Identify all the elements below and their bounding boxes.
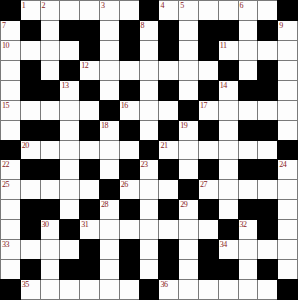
- cell-r8c10[interactable]: [179, 141, 198, 160]
- cell-r11c6[interactable]: 28: [100, 200, 119, 219]
- cell-r5c12[interactable]: 14: [219, 81, 238, 100]
- cell-r3c3[interactable]: [41, 41, 60, 60]
- block-cell-r5c5: [80, 81, 99, 100]
- block-cell-r10c10: [179, 180, 198, 199]
- block-cell-r15c1: [1, 280, 20, 299]
- block-cell-r4c2: [21, 61, 40, 80]
- block-cell-r15c15: [278, 280, 297, 299]
- block-cell-r13c7: [120, 240, 139, 259]
- cell-r6c5[interactable]: [80, 101, 99, 120]
- clue-number-9: 9: [279, 21, 283, 30]
- cell-r4c1[interactable]: [1, 61, 20, 80]
- cell-r6c2[interactable]: [21, 101, 40, 120]
- cell-r15c5[interactable]: [80, 280, 99, 299]
- clue-number-14: 14: [220, 81, 227, 90]
- block-cell-r7c2: [21, 121, 40, 140]
- cell-r9c15[interactable]: 24: [278, 160, 297, 179]
- cell-r5c1[interactable]: [1, 81, 20, 100]
- clue-number-35: 35: [22, 280, 29, 289]
- block-cell-r8c1: [1, 141, 20, 160]
- cell-r3c1[interactable]: 10: [1, 41, 20, 60]
- block-cell-r10c6: [100, 180, 119, 199]
- block-cell-r5c2: [21, 81, 40, 100]
- cell-r1c13[interactable]: 6: [239, 1, 258, 20]
- cell-r10c14[interactable]: [258, 180, 277, 199]
- cell-r9c8[interactable]: 23: [140, 160, 159, 179]
- clue-number-31: 31: [81, 220, 88, 229]
- clue-number-6: 6: [240, 1, 244, 10]
- block-cell-r2c12: [219, 21, 238, 40]
- block-cell-r2c4: [60, 21, 79, 40]
- block-cell-r4c14: [258, 61, 277, 80]
- cell-r1c14[interactable]: [258, 1, 277, 20]
- block-cell-r12c4: [60, 220, 79, 239]
- cell-r13c2[interactable]: [21, 240, 40, 259]
- block-cell-r6c6: [100, 101, 119, 120]
- cell-r11c1[interactable]: [1, 200, 20, 219]
- cell-r2c13[interactable]: [239, 21, 258, 40]
- block-cell-r1c15: [278, 1, 297, 20]
- block-cell-r9c3: [41, 160, 60, 179]
- cell-r8c14[interactable]: [258, 141, 277, 160]
- cell-r9c6[interactable]: [100, 160, 119, 179]
- cell-r15c9[interactable]: 36: [159, 280, 178, 299]
- block-cell-r11c11: [199, 200, 218, 219]
- block-cell-r14c11: [199, 260, 218, 279]
- cell-r1c6[interactable]: 3: [100, 1, 119, 20]
- block-cell-r3c11: [199, 41, 218, 60]
- cell-r10c13[interactable]: [239, 180, 258, 199]
- block-cell-r7c14: [258, 121, 277, 140]
- block-cell-r14c5: [80, 260, 99, 279]
- clue-number-16: 16: [121, 101, 128, 110]
- clue-number-24: 24: [279, 160, 286, 169]
- block-cell-r13c9: [159, 240, 178, 259]
- block-cell-r2c11: [199, 21, 218, 40]
- cell-r4c9[interactable]: [159, 61, 178, 80]
- cell-r3c13[interactable]: [239, 41, 258, 60]
- cell-r6c13[interactable]: [239, 101, 258, 120]
- cell-r13c3[interactable]: [41, 240, 60, 259]
- cell-r7c1[interactable]: [1, 121, 20, 140]
- cell-r6c8[interactable]: [140, 101, 159, 120]
- cell-r8c11[interactable]: [199, 141, 218, 160]
- cell-r7c15[interactable]: [278, 121, 297, 140]
- clue-number-27: 27: [200, 180, 207, 189]
- cell-r4c15[interactable]: [278, 61, 297, 80]
- cell-r1c5[interactable]: [80, 1, 99, 20]
- cell-r6c15[interactable]: [278, 101, 297, 120]
- cell-r15c2[interactable]: 35: [21, 280, 40, 299]
- block-cell-r11c13: [239, 200, 258, 219]
- block-cell-r4c12: [219, 61, 238, 80]
- block-cell-r7c13: [239, 121, 258, 140]
- clue-number-28: 28: [101, 200, 108, 209]
- clue-number-8: 8: [141, 21, 145, 30]
- cell-r13c14[interactable]: [258, 240, 277, 259]
- block-cell-r2c5: [80, 21, 99, 40]
- cell-r5c8[interactable]: [140, 81, 159, 100]
- clue-number-33: 33: [2, 240, 9, 249]
- clue-number-23: 23: [141, 160, 148, 169]
- cell-r2c3[interactable]: [41, 21, 60, 40]
- cell-r7c4[interactable]: [60, 121, 79, 140]
- block-cell-r3c9: [159, 41, 178, 60]
- cell-r14c15[interactable]: [278, 260, 297, 279]
- cell-r2c1[interactable]: 7: [1, 21, 20, 40]
- cell-r10c5[interactable]: [80, 180, 99, 199]
- cell-r11c10[interactable]: 29: [179, 200, 198, 219]
- clue-number-7: 7: [2, 21, 6, 30]
- block-cell-r15c8: [140, 280, 159, 299]
- crossword-grid: 1234567891011121314151617181920212223242…: [0, 0, 298, 300]
- cell-r3c14[interactable]: [258, 41, 277, 60]
- block-cell-r11c2: [21, 200, 40, 219]
- cell-r2c10[interactable]: [179, 21, 198, 40]
- cell-r10c11[interactable]: 27: [199, 180, 218, 199]
- clue-number-4: 4: [160, 1, 164, 10]
- block-cell-r14c14: [258, 260, 277, 279]
- block-cell-r6c10: [179, 101, 198, 120]
- cell-r3c15[interactable]: [278, 41, 297, 60]
- block-cell-r1c1: [1, 1, 20, 20]
- cell-r6c4[interactable]: [60, 101, 79, 120]
- cell-r11c15[interactable]: [278, 200, 297, 219]
- block-cell-r7c5: [80, 121, 99, 140]
- cell-r1c7[interactable]: [120, 1, 139, 20]
- block-cell-r7c9: [159, 121, 178, 140]
- cell-r14c10[interactable]: [179, 260, 198, 279]
- block-cell-r12c12: [219, 220, 238, 239]
- cell-r4c6[interactable]: [100, 61, 119, 80]
- block-cell-r11c9: [159, 200, 178, 219]
- block-cell-r1c8: [140, 1, 159, 20]
- cell-r12c1[interactable]: [1, 220, 20, 239]
- cell-r10c4[interactable]: [60, 180, 79, 199]
- cell-r12c3[interactable]: 30: [41, 220, 60, 239]
- cell-r3c6[interactable]: [100, 41, 119, 60]
- cell-r8c5[interactable]: [80, 141, 99, 160]
- cell-r10c15[interactable]: [278, 180, 297, 199]
- cell-r13c10[interactable]: [179, 240, 198, 259]
- cell-r1c4[interactable]: [60, 1, 79, 20]
- cell-r1c2[interactable]: 1: [21, 1, 40, 20]
- block-cell-r7c3: [41, 121, 60, 140]
- cell-r8c9[interactable]: 21: [159, 141, 178, 160]
- clue-number-36: 36: [160, 280, 167, 289]
- cell-r14c13[interactable]: [239, 260, 258, 279]
- cell-r3c2[interactable]: [21, 41, 40, 60]
- clue-number-18: 18: [101, 121, 108, 130]
- cell-r3c10[interactable]: [179, 41, 198, 60]
- cell-r8c2[interactable]: 20: [21, 141, 40, 160]
- cell-r12c9[interactable]: [159, 220, 178, 239]
- cell-r12c11[interactable]: [199, 220, 218, 239]
- cell-r13c15[interactable]: [278, 240, 297, 259]
- clue-number-12: 12: [81, 61, 88, 70]
- cell-r2c15[interactable]: 9: [278, 21, 297, 40]
- cell-r3c12[interactable]: 11: [219, 41, 238, 60]
- cell-r6c11[interactable]: 17: [199, 101, 218, 120]
- block-cell-r14c9: [159, 260, 178, 279]
- block-cell-r9c14: [258, 160, 277, 179]
- block-cell-r5c3: [41, 81, 60, 100]
- cell-r10c12[interactable]: [219, 180, 238, 199]
- cell-r4c13[interactable]: [239, 61, 258, 80]
- block-cell-r11c5: [80, 200, 99, 219]
- clue-number-26: 26: [121, 180, 128, 189]
- cell-r15c3[interactable]: [41, 280, 60, 299]
- cell-r15c6[interactable]: [100, 280, 119, 299]
- cell-r11c8[interactable]: [140, 200, 159, 219]
- cell-r1c3[interactable]: 2: [41, 1, 60, 20]
- cell-r14c1[interactable]: [1, 260, 20, 279]
- cell-r8c12[interactable]: [219, 141, 238, 160]
- cell-r8c13[interactable]: [239, 141, 258, 160]
- cell-r14c3[interactable]: [41, 260, 60, 279]
- cell-r13c4[interactable]: [60, 240, 79, 259]
- block-cell-r5c9: [159, 81, 178, 100]
- clue-number-1: 1: [22, 1, 26, 10]
- cell-r12c5[interactable]: 31: [80, 220, 99, 239]
- cell-r11c12[interactable]: [219, 200, 238, 219]
- cell-r1c9[interactable]: 4: [159, 1, 178, 20]
- clue-number-15: 15: [2, 101, 9, 110]
- block-cell-r9c13: [239, 160, 258, 179]
- cell-r9c1[interactable]: 22: [1, 160, 20, 179]
- cell-r9c10[interactable]: [179, 160, 198, 179]
- block-cell-r11c7: [120, 200, 139, 219]
- block-cell-r13c11: [199, 240, 218, 259]
- block-cell-r5c13: [239, 81, 258, 100]
- cell-r4c5[interactable]: 12: [80, 61, 99, 80]
- clue-number-17: 17: [200, 101, 207, 110]
- block-cell-r9c9: [159, 160, 178, 179]
- clue-number-34: 34: [220, 240, 227, 249]
- cell-r8c6[interactable]: [100, 141, 119, 160]
- cell-r13c1[interactable]: 33: [1, 240, 20, 259]
- cell-r3c4[interactable]: [60, 41, 79, 60]
- clue-number-29: 29: [180, 200, 187, 209]
- cell-r4c10[interactable]: [179, 61, 198, 80]
- cell-r8c3[interactable]: [41, 141, 60, 160]
- cell-r12c10[interactable]: [179, 220, 198, 239]
- cell-r7c8[interactable]: [140, 121, 159, 140]
- cell-r4c3[interactable]: [41, 61, 60, 80]
- cell-r5c6[interactable]: [100, 81, 119, 100]
- cell-r6c7[interactable]: 16: [120, 101, 139, 120]
- block-cell-r9c5: [80, 160, 99, 179]
- cell-r13c12[interactable]: 34: [219, 240, 238, 259]
- cell-r6c9[interactable]: [159, 101, 178, 120]
- cell-r1c11[interactable]: [199, 1, 218, 20]
- cell-r14c8[interactable]: [140, 260, 159, 279]
- block-cell-r8c15: [278, 141, 297, 160]
- cell-r5c4[interactable]: 13: [60, 81, 79, 100]
- block-cell-r5c14: [258, 81, 277, 100]
- cell-r10c2[interactable]: [21, 180, 40, 199]
- clue-number-19: 19: [180, 121, 187, 130]
- cell-r2c8[interactable]: 8: [140, 21, 159, 40]
- cell-r10c3[interactable]: [41, 180, 60, 199]
- cell-r6c1[interactable]: 15: [1, 101, 20, 120]
- cell-r15c13[interactable]: [239, 280, 258, 299]
- cell-r12c8[interactable]: [140, 220, 159, 239]
- clue-number-3: 3: [101, 1, 105, 10]
- clue-number-25: 25: [2, 180, 9, 189]
- cell-r4c11[interactable]: [199, 61, 218, 80]
- cell-r8c4[interactable]: [60, 141, 79, 160]
- block-cell-r14c4: [60, 260, 79, 279]
- cell-r12c13[interactable]: 32: [239, 220, 258, 239]
- clue-number-5: 5: [180, 1, 184, 10]
- clue-number-30: 30: [42, 220, 49, 229]
- cell-r1c10[interactable]: 5: [179, 1, 198, 20]
- cell-r13c6[interactable]: [100, 240, 119, 259]
- cell-r5c15[interactable]: [278, 81, 297, 100]
- cell-r15c12[interactable]: [219, 280, 238, 299]
- cell-r15c11[interactable]: [199, 280, 218, 299]
- block-cell-r14c12: [219, 260, 238, 279]
- cell-r7c6[interactable]: 18: [100, 121, 119, 140]
- block-cell-r7c11: [199, 121, 218, 140]
- block-cell-r2c7: [120, 21, 139, 40]
- cell-r12c6[interactable]: [100, 220, 119, 239]
- block-cell-r12c2: [21, 220, 40, 239]
- block-cell-r4c4: [60, 61, 79, 80]
- cell-r13c13[interactable]: [239, 240, 258, 259]
- clue-number-10: 10: [2, 41, 9, 50]
- clue-number-20: 20: [22, 141, 29, 150]
- cell-r10c7[interactable]: 26: [120, 180, 139, 199]
- cell-r1c12[interactable]: [219, 1, 238, 20]
- block-cell-r8c8: [140, 141, 159, 160]
- block-cell-r11c3: [41, 200, 60, 219]
- clue-number-11: 11: [220, 41, 227, 50]
- block-cell-r9c7: [120, 160, 139, 179]
- cell-r12c7[interactable]: [120, 220, 139, 239]
- block-cell-r13c5: [80, 240, 99, 259]
- cell-r9c12[interactable]: [219, 160, 238, 179]
- clue-number-13: 13: [61, 81, 68, 90]
- block-cell-r14c7: [120, 260, 139, 279]
- cell-r6c12[interactable]: [219, 101, 238, 120]
- cell-r14c6[interactable]: [100, 260, 119, 279]
- cell-r13c8[interactable]: [140, 240, 159, 259]
- block-cell-r9c2: [21, 160, 40, 179]
- cell-r10c9[interactable]: [159, 180, 178, 199]
- cell-r15c7[interactable]: [120, 280, 139, 299]
- cell-r15c10[interactable]: [179, 280, 198, 299]
- cell-r5c10[interactable]: [179, 81, 198, 100]
- cell-r8c7[interactable]: [120, 141, 139, 160]
- cell-r15c4[interactable]: [60, 280, 79, 299]
- block-cell-r5c11: [199, 81, 218, 100]
- cell-r7c10[interactable]: 19: [179, 121, 198, 140]
- cell-r6c3[interactable]: [41, 101, 60, 120]
- block-cell-r3c7: [120, 41, 139, 60]
- cell-r6c14[interactable]: [258, 101, 277, 120]
- clue-number-32: 32: [240, 220, 247, 229]
- block-cell-r14c2: [21, 260, 40, 279]
- cell-r10c8[interactable]: [140, 180, 159, 199]
- block-cell-r12c14: [258, 220, 277, 239]
- block-cell-r11c14: [258, 200, 277, 219]
- cell-r4c8[interactable]: [140, 61, 159, 80]
- cell-r3c8[interactable]: [140, 41, 159, 60]
- block-cell-r2c14: [258, 21, 277, 40]
- block-cell-r2c9: [159, 21, 178, 40]
- block-cell-r3c5: [80, 41, 99, 60]
- clue-number-2: 2: [42, 1, 46, 10]
- block-cell-r7c7: [120, 121, 139, 140]
- cell-r9c4[interactable]: [60, 160, 79, 179]
- cell-r7c12[interactable]: [219, 121, 238, 140]
- block-cell-r2c2: [21, 21, 40, 40]
- cell-r2c6[interactable]: [100, 21, 119, 40]
- cell-r15c14[interactable]: [258, 280, 277, 299]
- clue-number-21: 21: [160, 141, 167, 150]
- cell-r10c1[interactable]: 25: [1, 180, 20, 199]
- cell-r4c7[interactable]: [120, 61, 139, 80]
- block-cell-r9c11: [199, 160, 218, 179]
- clue-number-22: 22: [2, 160, 9, 169]
- cell-r11c4[interactable]: [60, 200, 79, 219]
- block-cell-r5c7: [120, 81, 139, 100]
- cell-r12c15[interactable]: [278, 220, 297, 239]
